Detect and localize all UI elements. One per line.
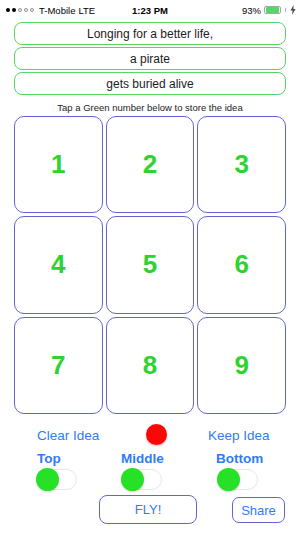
battery-cap xyxy=(285,8,287,12)
toggle-label-middle: Middle xyxy=(121,451,164,466)
grid-cell-2[interactable]: 2 xyxy=(106,116,195,213)
record-indicator xyxy=(146,424,167,445)
share-button[interactable]: Share xyxy=(232,497,285,523)
battery-percent-label: 93% xyxy=(242,5,261,16)
grid-cell-8[interactable]: 8 xyxy=(106,317,195,414)
idea-line-2[interactable]: a pirate xyxy=(14,47,286,70)
instruction-text: Tap a Green number below to store the id… xyxy=(0,102,300,113)
grid-cell-1[interactable]: 1 xyxy=(14,116,103,213)
toggle-knob xyxy=(36,468,59,491)
keep-idea-button[interactable]: Keep Idea xyxy=(208,428,270,443)
grid-cell-6[interactable]: 6 xyxy=(197,216,286,313)
charging-bolt-icon xyxy=(290,5,296,15)
toggle-knob xyxy=(217,468,240,491)
idea-line-3[interactable]: gets buried alive xyxy=(14,72,286,95)
toggle-label-top: Top xyxy=(37,451,61,466)
idea-line-1[interactable]: Longing for a better life, xyxy=(14,22,286,45)
grid-cell-5[interactable]: 5 xyxy=(106,216,195,313)
number-grid: 1 2 3 4 5 6 7 8 9 xyxy=(14,116,286,414)
status-bar: T-Mobile LTE 1:23 PM 93% xyxy=(0,0,300,20)
toggle-label-bottom: Bottom xyxy=(216,451,263,466)
battery-icon xyxy=(264,6,281,15)
toggle-knob xyxy=(121,468,144,491)
grid-cell-7[interactable]: 7 xyxy=(14,317,103,414)
top-toggle[interactable] xyxy=(37,469,77,490)
grid-cell-9[interactable]: 9 xyxy=(197,317,286,414)
status-right: 93% xyxy=(242,0,296,20)
bottom-toggle[interactable] xyxy=(218,469,258,490)
fly-button[interactable]: FLY! xyxy=(99,495,197,524)
idea-lines: Longing for a better life, a pirate gets… xyxy=(14,22,286,95)
grid-cell-4[interactable]: 4 xyxy=(14,216,103,313)
grid-cell-3[interactable]: 3 xyxy=(197,116,286,213)
middle-toggle[interactable] xyxy=(122,469,162,490)
clear-idea-button[interactable]: Clear Idea xyxy=(37,428,99,443)
